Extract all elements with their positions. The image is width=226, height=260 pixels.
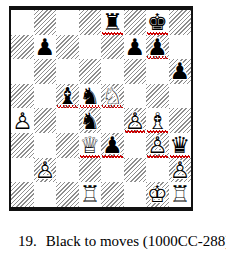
- square-h8: [169, 10, 192, 35]
- caption-number: 19.: [18, 233, 37, 249]
- square-h5: [169, 84, 192, 109]
- red-squiggle-mark: [170, 155, 191, 158]
- square-b2: ♙: [34, 158, 57, 183]
- red-squiggle-mark: [102, 105, 123, 108]
- square-e3: ♟: [101, 133, 124, 158]
- square-a7: [11, 35, 34, 60]
- square-a5: [11, 84, 34, 109]
- square-d2: [79, 158, 102, 183]
- square-h3: ♛: [169, 133, 192, 158]
- square-f7: ♟: [124, 35, 147, 60]
- square-e6: [101, 59, 124, 84]
- square-h2: ♙: [169, 158, 192, 183]
- square-c6: [56, 59, 79, 84]
- square-b8: [34, 10, 57, 35]
- square-e4: [101, 108, 124, 133]
- square-d1: ♖: [79, 182, 102, 207]
- square-g1: ♔: [146, 182, 169, 207]
- square-g2: [146, 158, 169, 183]
- piece-white-king: ♔: [147, 182, 168, 206]
- square-a4: ♙: [11, 108, 34, 133]
- square-b5: [34, 84, 57, 109]
- square-c3: [56, 133, 79, 158]
- square-d8: [79, 10, 102, 35]
- square-c2: [56, 158, 79, 183]
- piece-white-pawn: ♙: [12, 109, 33, 133]
- square-a3: [11, 133, 34, 158]
- piece-white-pawn: ♙: [169, 158, 190, 182]
- chess-board: ♜♚♟♟♟♟♝♞♘♙♞♙♗♕♟♙♛♙♙♖♔♖: [11, 10, 191, 207]
- square-e8: ♜: [101, 10, 124, 35]
- square-g8: ♚: [146, 10, 169, 35]
- square-e7: [101, 35, 124, 60]
- red-squiggle-mark: [80, 155, 101, 158]
- square-b3: [34, 133, 57, 158]
- page: ♜♚♟♟♟♟♝♞♘♙♞♙♗♕♟♙♛♙♙♖♔♖ 19.Black to moves…: [0, 0, 226, 260]
- square-b4: [34, 108, 57, 133]
- square-f6: [124, 59, 147, 84]
- square-g6: [146, 59, 169, 84]
- square-c4: [56, 108, 79, 133]
- square-f5: [124, 84, 147, 109]
- square-c1: [56, 182, 79, 207]
- square-d5: ♞: [79, 84, 102, 109]
- square-g4: ♗: [146, 108, 169, 133]
- square-c7: [56, 35, 79, 60]
- square-a6: [11, 59, 34, 84]
- square-h1: ♖: [169, 182, 192, 207]
- square-g7: ♟: [146, 35, 169, 60]
- square-f4: ♙: [124, 108, 147, 133]
- square-g5: [146, 84, 169, 109]
- square-d4: ♞: [79, 108, 102, 133]
- piece-black-pawn: ♟: [169, 59, 190, 83]
- red-squiggle-mark: [102, 32, 123, 35]
- square-b7: ♟: [34, 35, 57, 60]
- caption-text: Black to moves (1000CC-288): [46, 233, 226, 249]
- square-a2: [11, 158, 34, 183]
- square-f2: [124, 158, 147, 183]
- piece-black-knight: ♞: [79, 109, 100, 133]
- red-squiggle-mark: [80, 105, 101, 108]
- chess-diagram: ♜♚♟♟♟♟♝♞♘♙♞♙♗♕♟♙♛♙♙♖♔♖: [9, 6, 193, 211]
- square-e5: ♘: [101, 84, 124, 109]
- red-squiggle-mark: [102, 155, 123, 158]
- square-a1: [11, 182, 34, 207]
- piece-white-rook: ♖: [169, 182, 190, 206]
- square-d7: [79, 35, 102, 60]
- red-squiggle-mark: [147, 130, 168, 133]
- square-f1: [124, 182, 147, 207]
- red-squiggle-mark: [147, 56, 168, 59]
- square-d3: ♕: [79, 133, 102, 158]
- square-c5: ♝: [56, 84, 79, 109]
- square-b6: [34, 59, 57, 84]
- red-squiggle-mark: [57, 105, 78, 108]
- square-h7: [169, 35, 192, 60]
- square-h6: ♟: [169, 59, 192, 84]
- square-e1: [101, 182, 124, 207]
- square-e2: [101, 158, 124, 183]
- square-h4: [169, 108, 192, 133]
- square-b1: [34, 182, 57, 207]
- square-c8: [56, 10, 79, 35]
- red-squiggle-mark: [125, 130, 146, 133]
- square-g3: ♙: [146, 133, 169, 158]
- red-squiggle-mark: [147, 155, 168, 158]
- square-f8: [124, 10, 147, 35]
- piece-white-rook: ♖: [79, 182, 100, 206]
- square-d6: [79, 59, 102, 84]
- diagram-caption: 19.Black to moves (1000CC-288): [18, 233, 223, 250]
- piece-black-pawn: ♟: [124, 35, 145, 59]
- square-f3: [124, 133, 147, 158]
- piece-black-pawn: ♟: [34, 35, 55, 59]
- red-squiggle-mark: [147, 32, 168, 35]
- square-a8: [11, 10, 34, 35]
- piece-white-pawn: ♙: [34, 158, 55, 182]
